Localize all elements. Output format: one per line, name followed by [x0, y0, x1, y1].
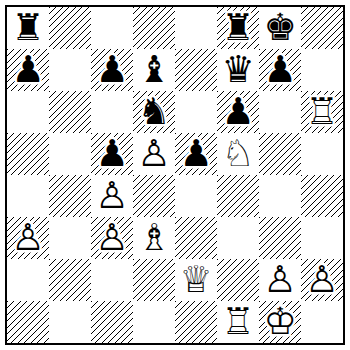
white-pawn-d5[interactable]: ♟♙ — [133, 133, 175, 175]
black-knight-d6[interactable]: ♞♞ — [133, 91, 175, 133]
square-e1[interactable] — [175, 301, 217, 343]
square-e2[interactable]: ♛♕ — [175, 259, 217, 301]
white-pawn-c3[interactable]: ♟♙ — [91, 217, 133, 259]
white-king-g1[interactable]: ♚♔ — [259, 301, 301, 343]
black-pawn-icon: ♟ — [11, 49, 44, 91]
square-a1[interactable] — [7, 301, 49, 343]
square-b8[interactable] — [49, 7, 91, 49]
black-bishop-d7[interactable]: ♝♝ — [133, 49, 175, 91]
square-f4[interactable] — [217, 175, 259, 217]
white-pawn-g2[interactable]: ♟♙ — [259, 259, 301, 301]
square-f1[interactable]: ♜♖ — [217, 301, 259, 343]
square-a6[interactable] — [7, 91, 49, 133]
square-c8[interactable] — [91, 7, 133, 49]
square-a3[interactable]: ♟♙ — [7, 217, 49, 259]
square-h2[interactable]: ♟♙ — [301, 259, 343, 301]
square-a4[interactable] — [7, 175, 49, 217]
square-g8[interactable]: ♚♚ — [259, 7, 301, 49]
white-queen-icon: ♕ — [179, 259, 212, 301]
square-h3[interactable] — [301, 217, 343, 259]
square-h7[interactable] — [301, 49, 343, 91]
chess-board: ♜♜♜♜♚♚♟♟♟♟♝♝♛♛♟♟♞♞♟♟♜♖♟♟♟♙♟♟♞♘♟♙♟♙♟♙♝♗♛♕… — [7, 7, 343, 343]
square-b2[interactable] — [49, 259, 91, 301]
square-e6[interactable] — [175, 91, 217, 133]
square-c4[interactable]: ♟♙ — [91, 175, 133, 217]
black-queen-f7[interactable]: ♛♛ — [217, 49, 259, 91]
square-h6[interactable]: ♜♖ — [301, 91, 343, 133]
square-h8[interactable] — [301, 7, 343, 49]
square-d8[interactable] — [133, 7, 175, 49]
square-g7[interactable]: ♟♟ — [259, 49, 301, 91]
black-pawn-icon: ♟ — [179, 133, 212, 175]
square-c1[interactable] — [91, 301, 133, 343]
square-b1[interactable] — [49, 301, 91, 343]
square-e3[interactable] — [175, 217, 217, 259]
black-queen-icon: ♛ — [221, 49, 254, 91]
white-rook-f1[interactable]: ♜♖ — [217, 301, 259, 343]
square-b3[interactable] — [49, 217, 91, 259]
square-f7[interactable]: ♛♛ — [217, 49, 259, 91]
black-king-g8[interactable]: ♚♚ — [259, 7, 301, 49]
black-rook-icon: ♜ — [221, 7, 254, 49]
square-h5[interactable] — [301, 133, 343, 175]
square-d1[interactable] — [133, 301, 175, 343]
black-knight-icon: ♞ — [137, 91, 170, 133]
white-pawn-a3[interactable]: ♟♙ — [7, 217, 49, 259]
white-bishop-d3[interactable]: ♝♗ — [133, 217, 175, 259]
white-bishop-icon: ♗ — [137, 217, 170, 259]
square-e8[interactable] — [175, 7, 217, 49]
square-h1[interactable] — [301, 301, 343, 343]
square-d3[interactable]: ♝♗ — [133, 217, 175, 259]
black-pawn-f6[interactable]: ♟♟ — [217, 91, 259, 133]
board-frame: ♜♜♜♜♚♚♟♟♟♟♝♝♛♛♟♟♞♞♟♟♜♖♟♟♟♙♟♟♞♘♟♙♟♙♟♙♝♗♛♕… — [5, 5, 345, 345]
white-pawn-icon: ♙ — [305, 259, 338, 301]
square-b6[interactable] — [49, 91, 91, 133]
white-rook-icon: ♖ — [221, 301, 254, 343]
white-rook-h6[interactable]: ♜♖ — [301, 91, 343, 133]
white-king-icon: ♔ — [263, 301, 296, 343]
square-f5[interactable]: ♞♘ — [217, 133, 259, 175]
square-g3[interactable] — [259, 217, 301, 259]
square-e4[interactable] — [175, 175, 217, 217]
black-rook-icon: ♜ — [11, 7, 44, 49]
square-d6[interactable]: ♞♞ — [133, 91, 175, 133]
square-c7[interactable]: ♟♟ — [91, 49, 133, 91]
square-g1[interactable]: ♚♔ — [259, 301, 301, 343]
black-pawn-icon: ♟ — [263, 49, 296, 91]
black-pawn-e5[interactable]: ♟♟ — [175, 133, 217, 175]
white-knight-icon: ♘ — [221, 133, 254, 175]
black-pawn-a7[interactable]: ♟♟ — [7, 49, 49, 91]
black-pawn-c5[interactable]: ♟♟ — [91, 133, 133, 175]
square-d2[interactable] — [133, 259, 175, 301]
white-pawn-icon: ♙ — [263, 259, 296, 301]
white-pawn-h2[interactable]: ♟♙ — [301, 259, 343, 301]
square-a7[interactable]: ♟♟ — [7, 49, 49, 91]
square-d4[interactable] — [133, 175, 175, 217]
black-rook-a8[interactable]: ♜♜ — [7, 7, 49, 49]
black-pawn-c7[interactable]: ♟♟ — [91, 49, 133, 91]
square-a5[interactable] — [7, 133, 49, 175]
white-rook-icon: ♖ — [305, 91, 338, 133]
chess-diagram: ♜♜♜♜♚♚♟♟♟♟♝♝♛♛♟♟♞♞♟♟♜♖♟♟♟♙♟♟♞♘♟♙♟♙♟♙♝♗♛♕… — [0, 0, 350, 350]
square-a8[interactable]: ♜♜ — [7, 7, 49, 49]
square-e5[interactable]: ♟♟ — [175, 133, 217, 175]
black-rook-f8[interactable]: ♜♜ — [217, 7, 259, 49]
black-pawn-icon: ♟ — [95, 133, 128, 175]
white-pawn-icon: ♙ — [95, 175, 128, 217]
square-b4[interactable] — [49, 175, 91, 217]
white-pawn-icon: ♙ — [137, 133, 170, 175]
square-d5[interactable]: ♟♙ — [133, 133, 175, 175]
square-c6[interactable] — [91, 91, 133, 133]
black-pawn-icon: ♟ — [221, 91, 254, 133]
square-g5[interactable] — [259, 133, 301, 175]
square-c3[interactable]: ♟♙ — [91, 217, 133, 259]
square-a2[interactable] — [7, 259, 49, 301]
square-h4[interactable] — [301, 175, 343, 217]
black-bishop-icon: ♝ — [137, 49, 170, 91]
square-b5[interactable] — [49, 133, 91, 175]
square-c5[interactable]: ♟♟ — [91, 133, 133, 175]
square-f3[interactable] — [217, 217, 259, 259]
white-knight-f5[interactable]: ♞♘ — [217, 133, 259, 175]
square-f2[interactable] — [217, 259, 259, 301]
square-d7[interactable]: ♝♝ — [133, 49, 175, 91]
square-e7[interactable] — [175, 49, 217, 91]
square-g6[interactable] — [259, 91, 301, 133]
white-pawn-c4[interactable]: ♟♙ — [91, 175, 133, 217]
square-b7[interactable] — [49, 49, 91, 91]
square-c2[interactable] — [91, 259, 133, 301]
white-queen-e2[interactable]: ♛♕ — [175, 259, 217, 301]
black-pawn-g7[interactable]: ♟♟ — [259, 49, 301, 91]
black-king-icon: ♚ — [263, 7, 296, 49]
white-pawn-icon: ♙ — [11, 217, 44, 259]
black-pawn-icon: ♟ — [95, 49, 128, 91]
white-pawn-icon: ♙ — [95, 217, 128, 259]
square-g2[interactable]: ♟♙ — [259, 259, 301, 301]
square-g4[interactable] — [259, 175, 301, 217]
square-f8[interactable]: ♜♜ — [217, 7, 259, 49]
square-f6[interactable]: ♟♟ — [217, 91, 259, 133]
